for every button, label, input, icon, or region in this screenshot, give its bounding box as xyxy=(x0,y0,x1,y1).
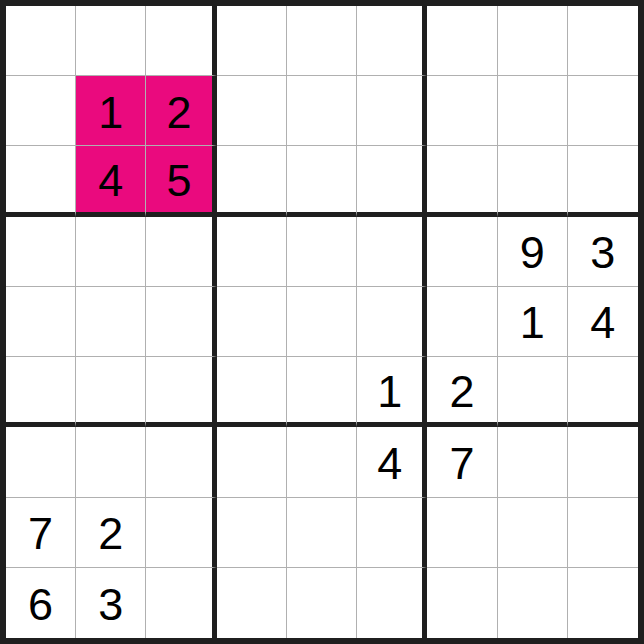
cell-r3c5[interactable] xyxy=(357,217,427,287)
cell-r4c5[interactable] xyxy=(357,287,427,357)
cell-r0c5[interactable] xyxy=(357,6,427,76)
cell-r5c1[interactable] xyxy=(76,357,146,427)
cell-r4c7[interactable]: 1 xyxy=(498,287,568,357)
cell-r1c5[interactable] xyxy=(357,76,427,146)
cell-r2c4[interactable] xyxy=(287,146,357,216)
cell-r1c8[interactable] xyxy=(568,76,638,146)
cell-r4c0[interactable] xyxy=(6,287,76,357)
cell-r6c5[interactable]: 4 xyxy=(357,427,427,497)
cell-r5c4[interactable] xyxy=(287,357,357,427)
cell-r7c0[interactable]: 7 xyxy=(6,498,76,568)
cell-r7c1[interactable]: 2 xyxy=(76,498,146,568)
cell-r7c8[interactable] xyxy=(568,498,638,568)
cell-r2c8[interactable] xyxy=(568,146,638,216)
cell-r7c5[interactable] xyxy=(357,498,427,568)
sudoku-app: 1245931412477263 xyxy=(0,0,644,644)
cell-r6c3[interactable] xyxy=(217,427,287,497)
cell-r4c3[interactable] xyxy=(217,287,287,357)
cell-r5c5[interactable]: 1 xyxy=(357,357,427,427)
cell-r4c2[interactable] xyxy=(146,287,216,357)
cell-r0c3[interactable] xyxy=(217,6,287,76)
cell-r1c2[interactable]: 2 xyxy=(146,76,216,146)
cell-r1c3[interactable] xyxy=(217,76,287,146)
cell-r8c8[interactable] xyxy=(568,568,638,638)
cell-r6c4[interactable] xyxy=(287,427,357,497)
cell-r5c6[interactable]: 2 xyxy=(427,357,497,427)
cell-r2c7[interactable] xyxy=(498,146,568,216)
cell-r3c8[interactable]: 3 xyxy=(568,217,638,287)
cell-r4c8[interactable]: 4 xyxy=(568,287,638,357)
cell-r1c6[interactable] xyxy=(427,76,497,146)
cell-r3c0[interactable] xyxy=(6,217,76,287)
cell-r0c4[interactable] xyxy=(287,6,357,76)
cell-r3c2[interactable] xyxy=(146,217,216,287)
cell-r6c7[interactable] xyxy=(498,427,568,497)
cell-r8c2[interactable] xyxy=(146,568,216,638)
cell-r8c6[interactable] xyxy=(427,568,497,638)
cell-r0c6[interactable] xyxy=(427,6,497,76)
cell-r2c2[interactable]: 5 xyxy=(146,146,216,216)
cell-r6c1[interactable] xyxy=(76,427,146,497)
cell-r7c2[interactable] xyxy=(146,498,216,568)
cell-r4c6[interactable] xyxy=(427,287,497,357)
cell-r8c5[interactable] xyxy=(357,568,427,638)
cell-r0c8[interactable] xyxy=(568,6,638,76)
cell-r6c0[interactable] xyxy=(6,427,76,497)
cell-r7c7[interactable] xyxy=(498,498,568,568)
cell-r3c1[interactable] xyxy=(76,217,146,287)
cell-r7c6[interactable] xyxy=(427,498,497,568)
cell-r2c1[interactable]: 4 xyxy=(76,146,146,216)
cell-r8c0[interactable]: 6 xyxy=(6,568,76,638)
cell-r8c7[interactable] xyxy=(498,568,568,638)
cell-r4c4[interactable] xyxy=(287,287,357,357)
cell-r0c0[interactable] xyxy=(6,6,76,76)
cell-r0c7[interactable] xyxy=(498,6,568,76)
cell-r3c3[interactable] xyxy=(217,217,287,287)
cell-r5c8[interactable] xyxy=(568,357,638,427)
cell-r6c6[interactable]: 7 xyxy=(427,427,497,497)
cell-r6c2[interactable] xyxy=(146,427,216,497)
cell-r2c6[interactable] xyxy=(427,146,497,216)
cell-r5c7[interactable] xyxy=(498,357,568,427)
cell-r5c0[interactable] xyxy=(6,357,76,427)
cell-r8c3[interactable] xyxy=(217,568,287,638)
cell-r8c4[interactable] xyxy=(287,568,357,638)
cell-r2c5[interactable] xyxy=(357,146,427,216)
cell-r3c7[interactable]: 9 xyxy=(498,217,568,287)
cell-r2c3[interactable] xyxy=(217,146,287,216)
sudoku-board: 1245931412477263 xyxy=(0,0,644,644)
cell-r1c4[interactable] xyxy=(287,76,357,146)
cell-r5c3[interactable] xyxy=(217,357,287,427)
cell-r3c6[interactable] xyxy=(427,217,497,287)
cell-r2c0[interactable] xyxy=(6,146,76,216)
cell-r3c4[interactable] xyxy=(287,217,357,287)
cell-r8c1[interactable]: 3 xyxy=(76,568,146,638)
cell-r1c7[interactable] xyxy=(498,76,568,146)
cell-r7c3[interactable] xyxy=(217,498,287,568)
cell-r7c4[interactable] xyxy=(287,498,357,568)
cell-r0c2[interactable] xyxy=(146,6,216,76)
cell-r1c1[interactable]: 1 xyxy=(76,76,146,146)
cell-r1c0[interactable] xyxy=(6,76,76,146)
cell-r6c8[interactable] xyxy=(568,427,638,497)
cell-r0c1[interactable] xyxy=(76,6,146,76)
cell-r4c1[interactable] xyxy=(76,287,146,357)
cell-r5c2[interactable] xyxy=(146,357,216,427)
